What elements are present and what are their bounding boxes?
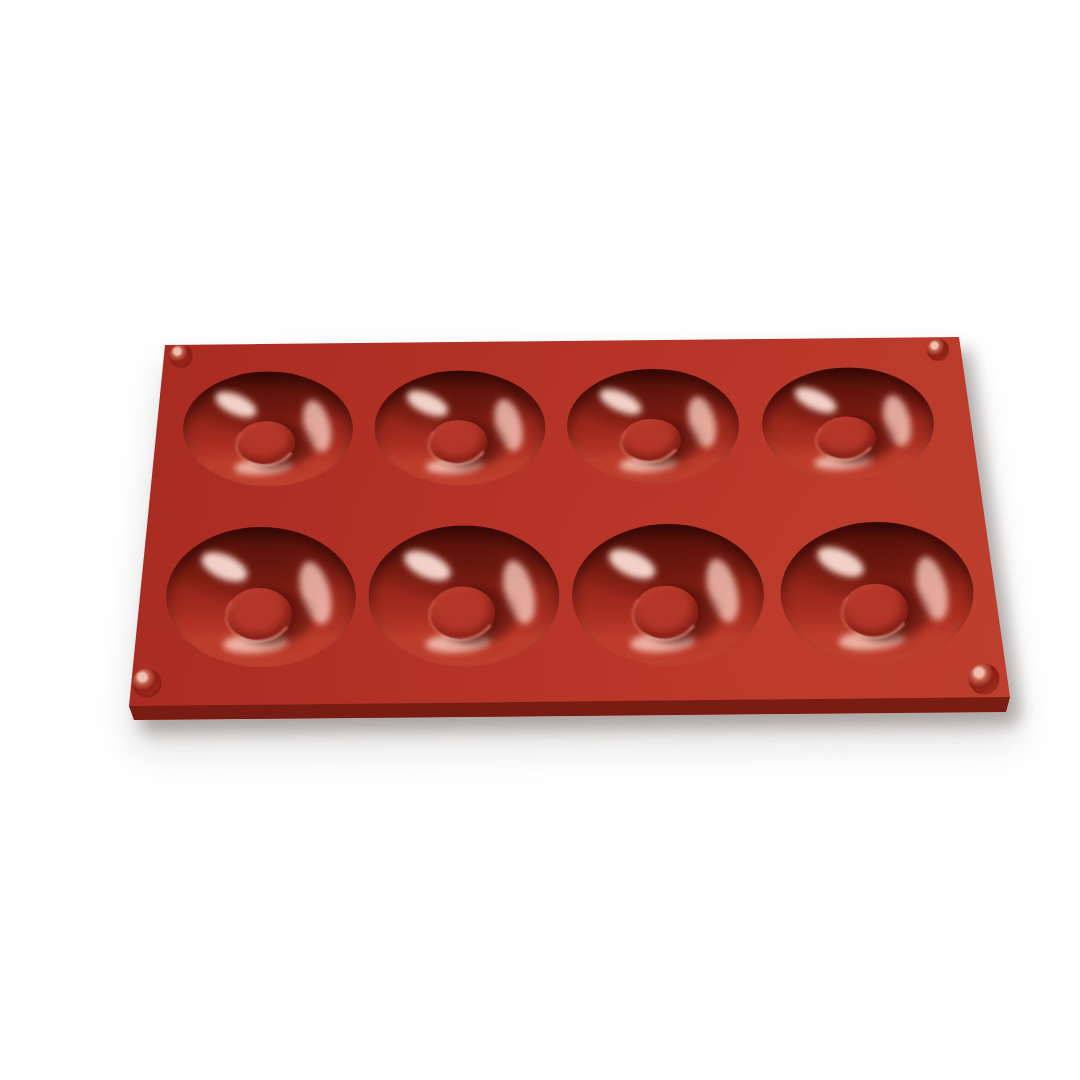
center-post — [237, 422, 295, 465]
dimple-top-left — [170, 345, 193, 368]
donut-cavity-r2c2 — [369, 526, 560, 667]
dimple-bottom-right — [969, 664, 1000, 695]
donut-cavity-r1c2 — [375, 371, 546, 486]
product-photo — [0, 0, 1080, 1080]
center-post — [842, 584, 908, 637]
donut-cavity-r2c3 — [572, 524, 764, 666]
center-post — [227, 588, 292, 640]
tray-cast-shadow — [0, 0, 1080, 1080]
donut-cavity-r1c1 — [183, 372, 353, 487]
center-post — [429, 421, 487, 464]
center-post — [430, 587, 495, 639]
donut-cavity-r2c1 — [166, 527, 356, 667]
center-post — [817, 417, 875, 459]
center-post — [633, 586, 698, 639]
donut-cavity-r2c4 — [781, 522, 974, 664]
donut-cavity-r1c3 — [567, 369, 739, 483]
dimple-bottom-left — [133, 669, 162, 698]
donut-mold-tray — [0, 0, 1080, 1080]
dimple-top-right — [927, 339, 949, 361]
donut-cavity-r1c4 — [762, 368, 934, 481]
center-post — [622, 419, 680, 461]
